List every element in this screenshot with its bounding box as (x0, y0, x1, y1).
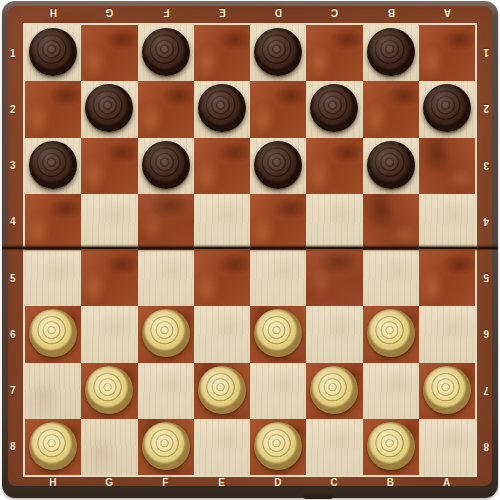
square-B4[interactable] (363, 194, 419, 250)
dark-brown-checker-D1[interactable] (254, 28, 302, 76)
file-bottom-label-F: F (138, 476, 194, 489)
rank-left-label-3: 3 (4, 138, 22, 194)
square-E3[interactable] (194, 138, 250, 194)
cream-checker-H8[interactable] (29, 422, 77, 470)
square-F2[interactable] (138, 81, 194, 137)
square-G6[interactable] (81, 306, 137, 362)
square-E8[interactable] (194, 419, 250, 475)
square-D6[interactable] (250, 306, 306, 362)
square-B2[interactable] (363, 81, 419, 137)
square-A6[interactable] (419, 306, 475, 362)
dark-brown-checker-A2[interactable] (423, 84, 471, 132)
dark-brown-checker-D3[interactable] (254, 141, 302, 189)
file-bottom-label-C: C (306, 476, 362, 489)
rank-left-label-4: 4 (4, 194, 22, 250)
square-H5[interactable] (25, 250, 81, 306)
file-bottom-label-E: E (194, 476, 250, 489)
square-C1[interactable] (306, 25, 362, 81)
rank-left-label-7: 7 (4, 363, 22, 419)
dark-brown-checker-H3[interactable] (29, 141, 77, 189)
cream-checker-G7[interactable] (85, 366, 133, 414)
square-A3[interactable] (419, 138, 475, 194)
cream-checker-D8[interactable] (254, 422, 302, 470)
square-D4[interactable] (250, 194, 306, 250)
square-G7[interactable] (81, 363, 137, 419)
cream-checker-F8[interactable] (142, 422, 190, 470)
dark-brown-checker-G2[interactable] (85, 84, 133, 132)
square-H4[interactable] (25, 194, 81, 250)
dark-brown-checker-H1[interactable] (29, 28, 77, 76)
rank-left-label-5: 5 (4, 250, 22, 306)
square-F4[interactable] (138, 194, 194, 250)
file-top-label-C: C (306, 4, 362, 22)
square-F5[interactable] (138, 250, 194, 306)
square-H7[interactable] (25, 363, 81, 419)
file-labels-bottom: HGFEDCBA (25, 476, 475, 489)
fold-seam (2, 244, 498, 252)
square-G3[interactable] (81, 138, 137, 194)
file-top-label-G: G (81, 4, 137, 22)
square-G1[interactable] (81, 25, 137, 81)
square-E7[interactable] (194, 363, 250, 419)
rank-right-label-1: 1 (477, 25, 495, 81)
square-E4[interactable] (194, 194, 250, 250)
square-B7[interactable] (363, 363, 419, 419)
square-C6[interactable] (306, 306, 362, 362)
file-bottom-label-D: D (250, 476, 306, 489)
rank-right-label-4: 4 (477, 194, 495, 250)
square-C5[interactable] (306, 250, 362, 306)
rank-right-label-2: 2 (477, 81, 495, 137)
square-H3[interactable] (25, 138, 81, 194)
rank-right-label-3: 3 (477, 138, 495, 194)
square-H2[interactable] (25, 81, 81, 137)
dark-brown-checker-E2[interactable] (198, 84, 246, 132)
cream-checker-B6[interactable] (367, 309, 415, 357)
square-E1[interactable] (194, 25, 250, 81)
square-H8[interactable] (25, 419, 81, 475)
file-bottom-label-B: B (363, 476, 419, 489)
square-F1[interactable] (138, 25, 194, 81)
square-G8[interactable] (81, 419, 137, 475)
file-top-label-A: A (419, 4, 475, 22)
square-H6[interactable] (25, 306, 81, 362)
file-top-label-F: F (138, 4, 194, 22)
file-top-label-H: H (25, 4, 81, 22)
square-G4[interactable] (81, 194, 137, 250)
square-F6[interactable] (138, 306, 194, 362)
square-G2[interactable] (81, 81, 137, 137)
square-F3[interactable] (138, 138, 194, 194)
dark-brown-checker-B1[interactable] (367, 28, 415, 76)
square-A5[interactable] (419, 250, 475, 306)
square-C8[interactable] (306, 419, 362, 475)
product-photo-scene: HGFEDCBA HGFEDCBA 12345678 12345678 (0, 0, 500, 500)
square-A7[interactable] (419, 363, 475, 419)
square-E5[interactable] (194, 250, 250, 306)
cream-checker-A7[interactable] (423, 366, 471, 414)
square-A8[interactable] (419, 419, 475, 475)
square-D5[interactable] (250, 250, 306, 306)
square-B8[interactable] (363, 419, 419, 475)
square-E2[interactable] (194, 81, 250, 137)
file-top-label-D: D (250, 4, 306, 22)
rank-left-label-8: 8 (4, 419, 22, 475)
rank-right-label-5: 5 (477, 250, 495, 306)
dark-brown-checker-F1[interactable] (142, 28, 190, 76)
file-top-label-B: B (363, 4, 419, 22)
square-H1[interactable] (25, 25, 81, 81)
square-B6[interactable] (363, 306, 419, 362)
square-C3[interactable] (306, 138, 362, 194)
cream-checker-D6[interactable] (254, 309, 302, 357)
rank-right-label-6: 6 (477, 306, 495, 362)
square-D7[interactable] (250, 363, 306, 419)
square-F8[interactable] (138, 419, 194, 475)
square-F7[interactable] (138, 363, 194, 419)
file-bottom-label-G: G (81, 476, 137, 489)
rank-right-label-7: 7 (477, 363, 495, 419)
square-E6[interactable] (194, 306, 250, 362)
cream-checker-H6[interactable] (29, 309, 77, 357)
square-B3[interactable] (363, 138, 419, 194)
cream-checker-E7[interactable] (198, 366, 246, 414)
square-C4[interactable] (306, 194, 362, 250)
square-D2[interactable] (250, 81, 306, 137)
square-D1[interactable] (250, 25, 306, 81)
file-bottom-label-A: A (419, 476, 475, 489)
rank-right-label-8: 8 (477, 419, 495, 475)
square-C2[interactable] (306, 81, 362, 137)
cream-checker-C7[interactable] (310, 366, 358, 414)
file-bottom-label-H: H (25, 476, 81, 489)
square-D3[interactable] (250, 138, 306, 194)
cream-checker-B8[interactable] (367, 422, 415, 470)
square-A4[interactable] (419, 194, 475, 250)
rank-left-label-2: 2 (4, 81, 22, 137)
rank-left-label-1: 1 (4, 25, 22, 81)
file-top-label-E: E (194, 4, 250, 22)
square-A2[interactable] (419, 81, 475, 137)
square-A1[interactable] (419, 25, 475, 81)
square-G5[interactable] (81, 250, 137, 306)
fold-latch (303, 490, 333, 499)
square-B5[interactable] (363, 250, 419, 306)
dark-brown-checker-B3[interactable] (367, 141, 415, 189)
square-C7[interactable] (306, 363, 362, 419)
square-D8[interactable] (250, 419, 306, 475)
file-labels-top: HGFEDCBA (25, 4, 475, 22)
cream-checker-F6[interactable] (142, 309, 190, 357)
rank-left-label-6: 6 (4, 306, 22, 362)
dark-brown-checker-F3[interactable] (142, 141, 190, 189)
square-B1[interactable] (363, 25, 419, 81)
dark-brown-checker-C2[interactable] (310, 84, 358, 132)
